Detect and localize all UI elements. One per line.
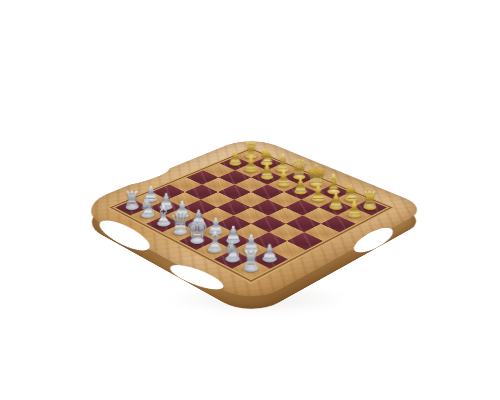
gold-pawn-glyph: ♟ xyxy=(347,199,362,216)
gold-rook-glyph: ♜ xyxy=(361,188,379,208)
gold-pawn-glyph: ♟ xyxy=(260,162,274,178)
gold-pawn-glyph: ♟ xyxy=(228,149,242,165)
silver-knight-glyph: ♞ xyxy=(223,239,243,261)
gold-pawn-glyph: ♟ xyxy=(328,191,343,208)
chess-board: ♜♞♝♛♚♝♞♜♟♟♟♟♟♟♟♟♟♟♟♟♟♟♟♟♜♞♝♛♚♝♞♜ xyxy=(73,135,429,305)
square-f6 xyxy=(285,200,319,216)
gold-pawn-glyph: ♟ xyxy=(244,155,258,171)
chess-set-product-photo: ♜♞♝♛♚♝♞♜♟♟♟♟♟♟♟♟♟♟♟♟♟♟♟♟♜♞♝♛♚♝♞♜ xyxy=(0,0,500,400)
gold-pawn-glyph: ♟ xyxy=(276,169,291,185)
gold-pawn-glyph: ♟ xyxy=(293,176,308,193)
perspective-scene: ♜♞♝♛♚♝♞♜♟♟♟♟♟♟♟♟♟♟♟♟♟♟♟♟♜♞♝♛♚♝♞♜ xyxy=(0,0,500,400)
silver-bishop-glyph: ♝ xyxy=(205,229,225,252)
silver-rook-glyph: ♜ xyxy=(241,248,261,270)
silver-pawn-glyph: ♟ xyxy=(261,242,278,261)
gold-pawn-glyph: ♟ xyxy=(310,184,325,201)
